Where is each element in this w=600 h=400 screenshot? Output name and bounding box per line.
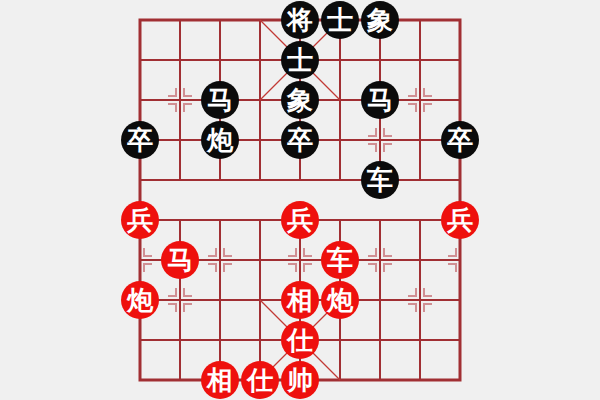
black-soldier[interactable]: 卒 bbox=[441, 121, 479, 159]
black-cannon[interactable]: 炮 bbox=[201, 121, 239, 159]
black-general[interactable]: 将 bbox=[281, 1, 319, 39]
red-cannon[interactable]: 炮 bbox=[121, 281, 159, 319]
red-elephant[interactable]: 相 bbox=[281, 281, 319, 319]
red-cannon[interactable]: 炮 bbox=[321, 281, 359, 319]
red-horse[interactable]: 马 bbox=[161, 241, 199, 279]
black-elephant[interactable]: 象 bbox=[361, 1, 399, 39]
red-soldier[interactable]: 兵 bbox=[441, 201, 479, 239]
red-soldier[interactable]: 兵 bbox=[121, 201, 159, 239]
black-horse[interactable]: 马 bbox=[201, 81, 239, 119]
xiangqi-board-screenshot: 将士象士马象马卒炮卒卒车兵兵兵马车炮相炮仕相仕帅 bbox=[0, 0, 600, 400]
red-soldier[interactable]: 兵 bbox=[281, 201, 319, 239]
black-soldier[interactable]: 卒 bbox=[121, 121, 159, 159]
black-advisor[interactable]: 士 bbox=[281, 41, 319, 79]
red-advisor[interactable]: 仕 bbox=[241, 361, 279, 399]
black-chariot[interactable]: 车 bbox=[361, 161, 399, 199]
black-horse[interactable]: 马 bbox=[361, 81, 399, 119]
red-elephant[interactable]: 相 bbox=[201, 361, 239, 399]
black-soldier[interactable]: 卒 bbox=[281, 121, 319, 159]
red-general[interactable]: 帅 bbox=[281, 361, 319, 399]
black-elephant[interactable]: 象 bbox=[281, 81, 319, 119]
red-chariot[interactable]: 车 bbox=[321, 241, 359, 279]
black-advisor[interactable]: 士 bbox=[321, 1, 359, 39]
red-advisor[interactable]: 仕 bbox=[281, 321, 319, 359]
pieces-layer: 将士象士马象马卒炮卒卒车兵兵兵马车炮相炮仕相仕帅 bbox=[0, 0, 600, 400]
